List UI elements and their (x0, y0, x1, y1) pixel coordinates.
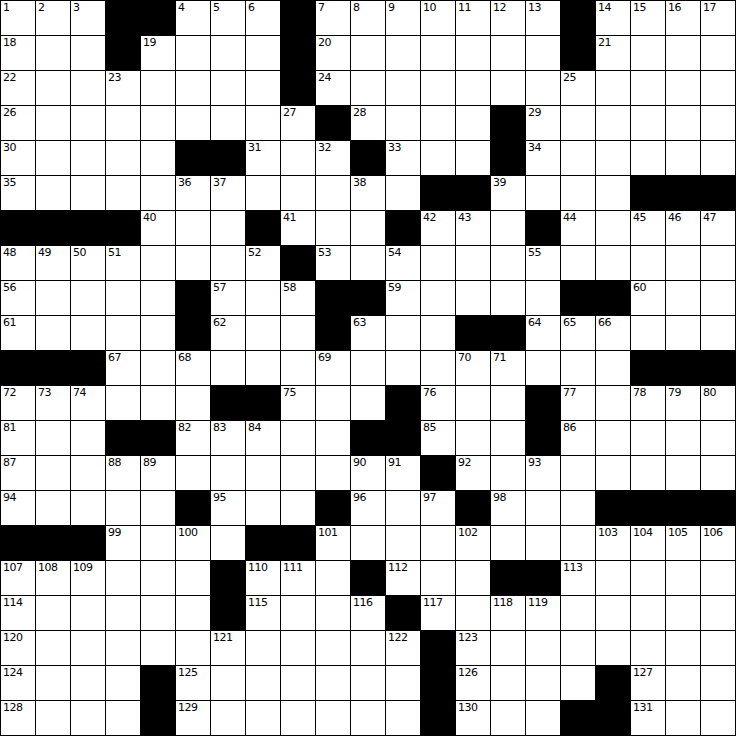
white-cell[interactable]: 89 (141, 456, 176, 491)
white-cell[interactable]: 74 (71, 386, 106, 421)
white-cell[interactable] (316, 421, 351, 456)
white-cell[interactable] (526, 71, 561, 106)
white-cell[interactable]: 116 (351, 596, 386, 631)
white-cell[interactable]: 4 (176, 1, 211, 36)
white-cell[interactable]: 114 (1, 596, 36, 631)
white-cell[interactable] (421, 141, 456, 176)
white-cell[interactable]: 29 (526, 106, 561, 141)
white-cell[interactable] (456, 596, 491, 631)
white-cell[interactable] (211, 666, 246, 701)
white-cell[interactable] (421, 281, 456, 316)
white-cell[interactable] (71, 281, 106, 316)
white-cell[interactable]: 22 (1, 71, 36, 106)
white-cell[interactable]: 105 (666, 526, 701, 561)
white-cell[interactable] (491, 701, 526, 736)
white-cell[interactable]: 82 (176, 421, 211, 456)
white-cell[interactable] (141, 351, 176, 386)
white-cell[interactable] (36, 701, 71, 736)
white-cell[interactable] (491, 211, 526, 246)
white-cell[interactable]: 54 (386, 246, 421, 281)
white-cell[interactable] (141, 281, 176, 316)
white-cell[interactable] (596, 246, 631, 281)
white-cell[interactable]: 121 (211, 631, 246, 666)
white-cell[interactable]: 64 (526, 316, 561, 351)
white-cell[interactable] (36, 36, 71, 71)
white-cell[interactable] (141, 176, 176, 211)
white-cell[interactable]: 107 (1, 561, 36, 596)
white-cell[interactable] (491, 421, 526, 456)
white-cell[interactable]: 41 (281, 211, 316, 246)
white-cell[interactable] (631, 631, 666, 666)
white-cell[interactable] (526, 351, 561, 386)
white-cell[interactable]: 118 (491, 596, 526, 631)
white-cell[interactable] (106, 701, 141, 736)
white-cell[interactable] (526, 701, 561, 736)
white-cell[interactable] (281, 631, 316, 666)
white-cell[interactable] (491, 386, 526, 421)
white-cell[interactable] (666, 456, 701, 491)
white-cell[interactable] (526, 631, 561, 666)
white-cell[interactable] (211, 36, 246, 71)
white-cell[interactable] (666, 596, 701, 631)
white-cell[interactable]: 67 (106, 351, 141, 386)
white-cell[interactable] (421, 561, 456, 596)
white-cell[interactable] (36, 71, 71, 106)
white-cell[interactable] (456, 561, 491, 596)
white-cell[interactable] (141, 596, 176, 631)
white-cell[interactable] (561, 176, 596, 211)
white-cell[interactable]: 113 (561, 561, 596, 596)
white-cell[interactable]: 33 (386, 141, 421, 176)
white-cell[interactable] (456, 141, 491, 176)
white-cell[interactable]: 50 (71, 246, 106, 281)
white-cell[interactable]: 123 (456, 631, 491, 666)
white-cell[interactable]: 72 (1, 386, 36, 421)
white-cell[interactable] (456, 36, 491, 71)
white-cell[interactable] (456, 71, 491, 106)
white-cell[interactable] (281, 176, 316, 211)
white-cell[interactable] (176, 456, 211, 491)
white-cell[interactable] (246, 351, 281, 386)
white-cell[interactable] (281, 421, 316, 456)
white-cell[interactable]: 18 (1, 36, 36, 71)
white-cell[interactable] (631, 71, 666, 106)
white-cell[interactable] (456, 246, 491, 281)
white-cell[interactable] (701, 141, 736, 176)
white-cell[interactable] (491, 71, 526, 106)
white-cell[interactable] (421, 71, 456, 106)
white-cell[interactable]: 9 (386, 1, 421, 36)
white-cell[interactable] (71, 596, 106, 631)
white-cell[interactable] (596, 176, 631, 211)
white-cell[interactable]: 40 (141, 211, 176, 246)
white-cell[interactable] (36, 316, 71, 351)
white-cell[interactable] (491, 246, 526, 281)
white-cell[interactable] (36, 456, 71, 491)
white-cell[interactable] (106, 106, 141, 141)
white-cell[interactable]: 76 (421, 386, 456, 421)
white-cell[interactable] (386, 176, 421, 211)
white-cell[interactable]: 110 (246, 561, 281, 596)
white-cell[interactable]: 45 (631, 211, 666, 246)
white-cell[interactable] (351, 386, 386, 421)
white-cell[interactable] (176, 596, 211, 631)
white-cell[interactable]: 52 (246, 246, 281, 281)
white-cell[interactable] (176, 36, 211, 71)
white-cell[interactable]: 90 (351, 456, 386, 491)
white-cell[interactable] (701, 316, 736, 351)
white-cell[interactable] (386, 36, 421, 71)
white-cell[interactable] (71, 631, 106, 666)
white-cell[interactable] (281, 491, 316, 526)
white-cell[interactable]: 79 (666, 386, 701, 421)
white-cell[interactable]: 75 (281, 386, 316, 421)
white-cell[interactable] (491, 456, 526, 491)
white-cell[interactable]: 28 (351, 106, 386, 141)
white-cell[interactable]: 122 (386, 631, 421, 666)
white-cell[interactable] (281, 351, 316, 386)
white-cell[interactable]: 65 (561, 316, 596, 351)
white-cell[interactable] (316, 666, 351, 701)
white-cell[interactable]: 11 (456, 1, 491, 36)
white-cell[interactable] (106, 176, 141, 211)
white-cell[interactable] (211, 351, 246, 386)
white-cell[interactable] (421, 106, 456, 141)
white-cell[interactable]: 98 (491, 491, 526, 526)
white-cell[interactable] (561, 526, 596, 561)
white-cell[interactable]: 60 (631, 281, 666, 316)
white-cell[interactable] (491, 666, 526, 701)
white-cell[interactable]: 16 (666, 1, 701, 36)
white-cell[interactable] (386, 106, 421, 141)
white-cell[interactable]: 48 (1, 246, 36, 281)
white-cell[interactable]: 46 (666, 211, 701, 246)
white-cell[interactable]: 24 (316, 71, 351, 106)
white-cell[interactable] (701, 36, 736, 71)
white-cell[interactable] (246, 491, 281, 526)
white-cell[interactable]: 35 (1, 176, 36, 211)
white-cell[interactable] (456, 281, 491, 316)
white-cell[interactable] (351, 246, 386, 281)
white-cell[interactable]: 129 (176, 701, 211, 736)
white-cell[interactable]: 125 (176, 666, 211, 701)
white-cell[interactable] (526, 491, 561, 526)
white-cell[interactable] (491, 281, 526, 316)
white-cell[interactable] (561, 631, 596, 666)
white-cell[interactable] (561, 456, 596, 491)
white-cell[interactable] (421, 351, 456, 386)
white-cell[interactable] (666, 666, 701, 701)
white-cell[interactable] (106, 491, 141, 526)
white-cell[interactable] (596, 421, 631, 456)
white-cell[interactable] (141, 386, 176, 421)
white-cell[interactable]: 2 (36, 1, 71, 36)
white-cell[interactable] (701, 281, 736, 316)
white-cell[interactable] (666, 281, 701, 316)
white-cell[interactable] (176, 71, 211, 106)
white-cell[interactable]: 8 (351, 1, 386, 36)
white-cell[interactable] (421, 246, 456, 281)
white-cell[interactable]: 13 (526, 1, 561, 36)
white-cell[interactable] (456, 421, 491, 456)
white-cell[interactable] (561, 246, 596, 281)
white-cell[interactable]: 85 (421, 421, 456, 456)
white-cell[interactable] (71, 666, 106, 701)
white-cell[interactable] (71, 316, 106, 351)
white-cell[interactable] (561, 106, 596, 141)
white-cell[interactable] (386, 351, 421, 386)
white-cell[interactable] (386, 71, 421, 106)
white-cell[interactable] (701, 701, 736, 736)
white-cell[interactable]: 70 (456, 351, 491, 386)
white-cell[interactable] (386, 526, 421, 561)
white-cell[interactable]: 49 (36, 246, 71, 281)
white-cell[interactable] (701, 666, 736, 701)
white-cell[interactable] (71, 701, 106, 736)
white-cell[interactable] (701, 246, 736, 281)
white-cell[interactable] (666, 141, 701, 176)
white-cell[interactable] (176, 211, 211, 246)
white-cell[interactable] (701, 456, 736, 491)
white-cell[interactable] (71, 491, 106, 526)
white-cell[interactable] (106, 316, 141, 351)
white-cell[interactable]: 61 (1, 316, 36, 351)
white-cell[interactable] (526, 176, 561, 211)
white-cell[interactable]: 130 (456, 701, 491, 736)
white-cell[interactable] (701, 71, 736, 106)
white-cell[interactable]: 71 (491, 351, 526, 386)
white-cell[interactable]: 66 (596, 316, 631, 351)
white-cell[interactable] (701, 561, 736, 596)
white-cell[interactable] (491, 36, 526, 71)
white-cell[interactable]: 14 (596, 1, 631, 36)
white-cell[interactable] (176, 386, 211, 421)
white-cell[interactable] (176, 561, 211, 596)
white-cell[interactable]: 119 (526, 596, 561, 631)
white-cell[interactable] (631, 456, 666, 491)
white-cell[interactable] (246, 456, 281, 491)
white-cell[interactable] (351, 701, 386, 736)
white-cell[interactable] (246, 106, 281, 141)
white-cell[interactable] (666, 71, 701, 106)
white-cell[interactable]: 117 (421, 596, 456, 631)
white-cell[interactable] (106, 141, 141, 176)
white-cell[interactable] (631, 596, 666, 631)
white-cell[interactable] (631, 106, 666, 141)
white-cell[interactable]: 86 (561, 421, 596, 456)
white-cell[interactable] (386, 316, 421, 351)
white-cell[interactable] (596, 106, 631, 141)
white-cell[interactable]: 112 (386, 561, 421, 596)
white-cell[interactable] (596, 351, 631, 386)
white-cell[interactable] (666, 316, 701, 351)
white-cell[interactable]: 80 (701, 386, 736, 421)
white-cell[interactable] (281, 596, 316, 631)
white-cell[interactable] (666, 561, 701, 596)
white-cell[interactable] (211, 701, 246, 736)
white-cell[interactable] (456, 386, 491, 421)
white-cell[interactable]: 115 (246, 596, 281, 631)
white-cell[interactable]: 108 (36, 561, 71, 596)
white-cell[interactable]: 68 (176, 351, 211, 386)
white-cell[interactable] (141, 631, 176, 666)
white-cell[interactable]: 39 (491, 176, 526, 211)
white-cell[interactable] (36, 106, 71, 141)
white-cell[interactable] (701, 421, 736, 456)
white-cell[interactable] (701, 596, 736, 631)
white-cell[interactable] (561, 491, 596, 526)
white-cell[interactable] (596, 211, 631, 246)
white-cell[interactable] (246, 36, 281, 71)
white-cell[interactable]: 42 (421, 211, 456, 246)
white-cell[interactable] (211, 526, 246, 561)
white-cell[interactable] (421, 36, 456, 71)
white-cell[interactable]: 15 (631, 1, 666, 36)
white-cell[interactable]: 5 (211, 1, 246, 36)
white-cell[interactable]: 55 (526, 246, 561, 281)
white-cell[interactable]: 78 (631, 386, 666, 421)
white-cell[interactable]: 43 (456, 211, 491, 246)
white-cell[interactable] (106, 666, 141, 701)
white-cell[interactable]: 83 (211, 421, 246, 456)
white-cell[interactable] (246, 666, 281, 701)
white-cell[interactable]: 26 (1, 106, 36, 141)
white-cell[interactable] (316, 386, 351, 421)
white-cell[interactable] (596, 631, 631, 666)
white-cell[interactable] (106, 281, 141, 316)
white-cell[interactable] (246, 176, 281, 211)
white-cell[interactable]: 127 (631, 666, 666, 701)
white-cell[interactable] (246, 281, 281, 316)
white-cell[interactable]: 81 (1, 421, 36, 456)
white-cell[interactable]: 27 (281, 106, 316, 141)
white-cell[interactable] (386, 491, 421, 526)
white-cell[interactable]: 51 (106, 246, 141, 281)
white-cell[interactable]: 88 (106, 456, 141, 491)
white-cell[interactable]: 10 (421, 1, 456, 36)
white-cell[interactable] (631, 421, 666, 456)
white-cell[interactable] (176, 631, 211, 666)
white-cell[interactable]: 21 (596, 36, 631, 71)
white-cell[interactable] (211, 211, 246, 246)
white-cell[interactable] (666, 106, 701, 141)
white-cell[interactable] (526, 666, 561, 701)
white-cell[interactable] (36, 141, 71, 176)
white-cell[interactable] (526, 281, 561, 316)
white-cell[interactable] (316, 596, 351, 631)
white-cell[interactable]: 6 (246, 1, 281, 36)
white-cell[interactable] (421, 316, 456, 351)
white-cell[interactable]: 102 (456, 526, 491, 561)
white-cell[interactable] (351, 526, 386, 561)
white-cell[interactable]: 56 (1, 281, 36, 316)
white-cell[interactable] (631, 246, 666, 281)
white-cell[interactable] (596, 596, 631, 631)
white-cell[interactable] (351, 666, 386, 701)
white-cell[interactable]: 30 (1, 141, 36, 176)
white-cell[interactable] (141, 526, 176, 561)
white-cell[interactable]: 128 (1, 701, 36, 736)
white-cell[interactable] (36, 631, 71, 666)
white-cell[interactable]: 91 (386, 456, 421, 491)
white-cell[interactable] (71, 176, 106, 211)
white-cell[interactable] (211, 71, 246, 106)
white-cell[interactable] (71, 36, 106, 71)
white-cell[interactable]: 124 (1, 666, 36, 701)
white-cell[interactable] (631, 561, 666, 596)
white-cell[interactable] (36, 176, 71, 211)
white-cell[interactable] (141, 141, 176, 176)
white-cell[interactable]: 37 (211, 176, 246, 211)
white-cell[interactable] (316, 561, 351, 596)
white-cell[interactable]: 20 (316, 36, 351, 71)
white-cell[interactable] (351, 211, 386, 246)
white-cell[interactable] (316, 456, 351, 491)
white-cell[interactable] (666, 631, 701, 666)
white-cell[interactable] (701, 106, 736, 141)
white-cell[interactable] (316, 631, 351, 666)
white-cell[interactable]: 17 (701, 1, 736, 36)
white-cell[interactable]: 44 (561, 211, 596, 246)
white-cell[interactable]: 101 (316, 526, 351, 561)
white-cell[interactable] (561, 666, 596, 701)
white-cell[interactable]: 7 (316, 1, 351, 36)
white-cell[interactable]: 38 (351, 176, 386, 211)
white-cell[interactable] (36, 491, 71, 526)
white-cell[interactable]: 63 (351, 316, 386, 351)
white-cell[interactable]: 94 (1, 491, 36, 526)
white-cell[interactable] (351, 36, 386, 71)
white-cell[interactable] (701, 631, 736, 666)
white-cell[interactable]: 97 (421, 491, 456, 526)
white-cell[interactable] (176, 246, 211, 281)
white-cell[interactable]: 12 (491, 1, 526, 36)
white-cell[interactable]: 1 (1, 1, 36, 36)
white-cell[interactable] (631, 316, 666, 351)
white-cell[interactable]: 36 (176, 176, 211, 211)
white-cell[interactable] (316, 211, 351, 246)
white-cell[interactable]: 87 (1, 456, 36, 491)
white-cell[interactable] (386, 701, 421, 736)
white-cell[interactable] (246, 71, 281, 106)
white-cell[interactable]: 111 (281, 561, 316, 596)
white-cell[interactable] (351, 71, 386, 106)
white-cell[interactable] (561, 596, 596, 631)
white-cell[interactable]: 103 (596, 526, 631, 561)
white-cell[interactable] (281, 666, 316, 701)
white-cell[interactable] (71, 456, 106, 491)
white-cell[interactable]: 34 (526, 141, 561, 176)
white-cell[interactable] (561, 351, 596, 386)
white-cell[interactable]: 69 (316, 351, 351, 386)
white-cell[interactable] (596, 141, 631, 176)
white-cell[interactable]: 73 (36, 386, 71, 421)
white-cell[interactable]: 106 (701, 526, 736, 561)
white-cell[interactable]: 109 (71, 561, 106, 596)
white-cell[interactable] (386, 666, 421, 701)
white-cell[interactable]: 59 (386, 281, 421, 316)
white-cell[interactable] (36, 421, 71, 456)
white-cell[interactable] (316, 176, 351, 211)
white-cell[interactable] (631, 36, 666, 71)
white-cell[interactable]: 126 (456, 666, 491, 701)
white-cell[interactable] (631, 141, 666, 176)
white-cell[interactable]: 84 (246, 421, 281, 456)
white-cell[interactable] (211, 246, 246, 281)
white-cell[interactable] (36, 281, 71, 316)
white-cell[interactable] (666, 36, 701, 71)
white-cell[interactable] (491, 526, 526, 561)
